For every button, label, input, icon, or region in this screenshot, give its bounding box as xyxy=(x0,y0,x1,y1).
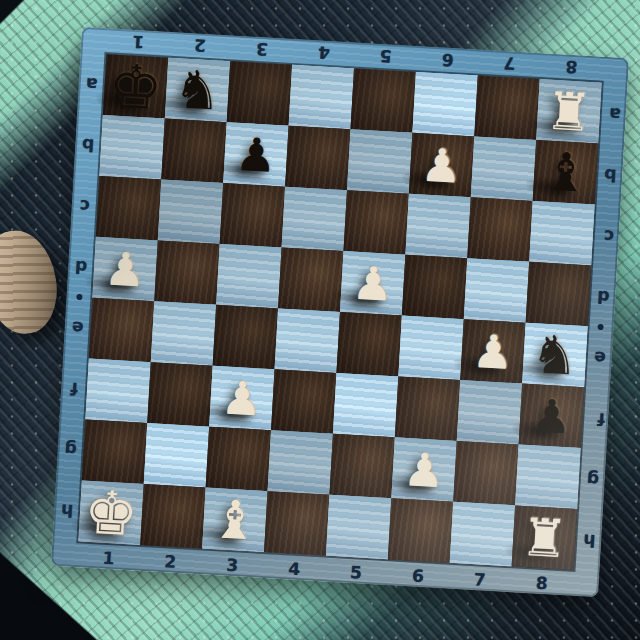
white-pawn-glyph: ♟ xyxy=(420,141,464,189)
white-pawn[interactable]: ♟ xyxy=(460,319,525,383)
rank-label-bottom-8: 8 xyxy=(535,573,548,594)
rank-label-top-4: 4 xyxy=(317,42,330,63)
file-label-right-f: f xyxy=(597,408,606,428)
white-king-glyph: ♚ xyxy=(82,481,139,544)
black-king-glyph: ♚ xyxy=(107,55,164,118)
black-pawn-glyph: ♟ xyxy=(234,130,278,178)
file-label-right-e: e xyxy=(594,347,607,368)
white-king[interactable]: ♚ xyxy=(78,480,143,544)
file-label-right-h: h xyxy=(583,530,596,551)
white-rook[interactable]: ♜ xyxy=(536,79,601,143)
white-rook[interactable]: ♜ xyxy=(512,505,577,569)
black-knight-glyph: ♞ xyxy=(172,62,222,118)
black-king[interactable]: ♚ xyxy=(103,54,168,118)
rank-label-top-2: 2 xyxy=(194,35,207,56)
black-bishop-glyph: ♝ xyxy=(540,144,590,200)
white-pawn-glyph: ♟ xyxy=(220,374,264,422)
rank-label-top-8: 8 xyxy=(565,57,578,78)
rank-label-top-7: 7 xyxy=(503,53,516,74)
rank-label-bottom-1: 1 xyxy=(102,548,115,569)
black-pawn[interactable]: ♟ xyxy=(519,384,584,448)
black-bishop[interactable]: ♝ xyxy=(533,140,598,204)
white-pawn-glyph: ♟ xyxy=(402,445,446,493)
file-label-right-a: a xyxy=(608,104,621,125)
board-playing-area: ♚♞♜♟♟♝♟♟♟♞♟♟♟♚♝♜ xyxy=(78,54,601,570)
black-pawn[interactable]: ♟ xyxy=(223,122,288,186)
white-pawn-glyph: ♟ xyxy=(351,259,395,307)
black-knight[interactable]: ♞ xyxy=(165,58,230,122)
file-label-right-g: g xyxy=(586,469,599,490)
rank-label-top-3: 3 xyxy=(256,39,269,60)
photo-canvas: 11aa22bb33cc44dd55ee66ff77gg88hh ♚♞♜♟♟♝♟… xyxy=(0,0,640,640)
black-knight-glyph: ♞ xyxy=(530,327,580,383)
file-label-left-g: g xyxy=(64,439,77,460)
chess-board: 11aa22bb33cc44dd55ee66ff77gg88hh ♚♞♜♟♟♝♟… xyxy=(51,27,629,598)
rank-label-top-6: 6 xyxy=(441,49,454,70)
file-label-right-b: b xyxy=(604,164,617,185)
white-bishop[interactable]: ♝ xyxy=(202,488,267,552)
white-pawn[interactable]: ♟ xyxy=(92,237,157,301)
file-label-left-e: e xyxy=(71,317,84,338)
white-pawn-glyph: ♟ xyxy=(103,245,147,293)
white-pawn[interactable]: ♟ xyxy=(391,437,456,501)
border-marker-dot-left xyxy=(76,294,82,300)
rank-label-bottom-5: 5 xyxy=(350,562,363,583)
white-pawn-glyph: ♟ xyxy=(471,327,515,375)
white-bishop-glyph: ♝ xyxy=(210,492,260,548)
file-label-left-b: b xyxy=(82,134,95,155)
rank-label-top-5: 5 xyxy=(379,46,392,67)
white-pawn[interactable]: ♟ xyxy=(209,366,274,430)
file-label-left-c: c xyxy=(79,195,90,216)
file-label-left-f: f xyxy=(70,378,79,398)
rank-label-bottom-2: 2 xyxy=(164,551,177,572)
file-label-right-d: d xyxy=(596,286,609,307)
white-rook-glyph: ♜ xyxy=(544,84,594,139)
rank-label-bottom-3: 3 xyxy=(226,555,239,576)
file-label-right-c: c xyxy=(603,226,614,247)
rank-label-bottom-6: 6 xyxy=(411,566,424,587)
rank-label-bottom-7: 7 xyxy=(473,569,486,590)
border-marker-dot-right xyxy=(597,324,603,330)
black-pawn-glyph: ♟ xyxy=(529,392,573,440)
white-pawn[interactable]: ♟ xyxy=(340,251,405,315)
pieces-layer: ♚♞♜♟♟♝♟♟♟♞♟♟♟♚♝♜ xyxy=(78,54,601,570)
black-knight[interactable]: ♞ xyxy=(522,323,587,387)
rank-label-bottom-4: 4 xyxy=(288,558,301,579)
rank-label-top-1: 1 xyxy=(132,32,145,53)
white-pawn[interactable]: ♟ xyxy=(409,133,474,197)
white-rook-glyph: ♜ xyxy=(520,510,570,565)
